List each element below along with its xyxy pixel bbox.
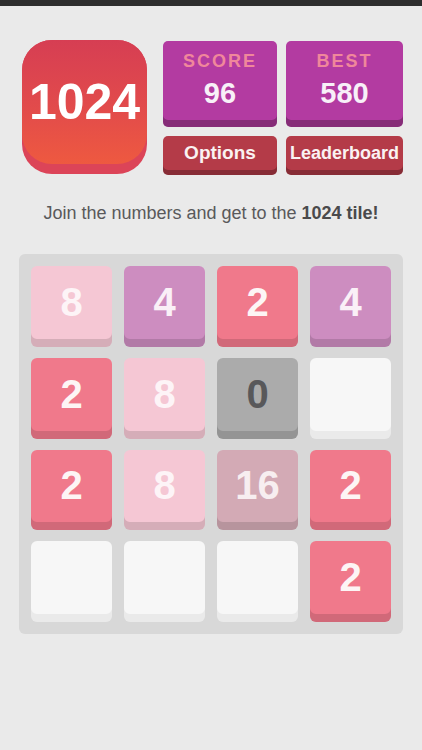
tile-2: 2 [217,266,298,347]
tile-4: 4 [310,266,391,347]
tile-2: 2 [310,541,391,622]
app-icon-face: 1024 [22,40,147,164]
empty-cell [31,541,112,622]
tile-8: 8 [31,266,112,347]
app-icon-label: 1024 [29,73,140,131]
best-value: 580 [320,77,368,110]
leaderboard-button[interactable]: Leaderboard [286,136,403,175]
tile-8: 8 [124,358,205,439]
score-label: SCORE [183,51,257,72]
empty-cell [217,541,298,622]
instruction-text: Join the numbers and get to the 1024 til… [0,203,422,224]
tile-16: 16 [217,450,298,531]
score-box: SCORE 96 [163,41,277,127]
empty-cell [310,358,391,439]
tile-4: 4 [124,266,205,347]
status-bar [0,0,422,6]
tile-2: 2 [310,450,391,531]
best-box: BEST 580 [286,41,403,127]
game-board[interactable]: 8424280281622 [19,254,403,634]
instruction-prefix: Join the numbers and get to the [43,203,301,223]
score-value: 96 [204,77,236,110]
options-button[interactable]: Options [163,136,277,175]
tile-0: 0 [217,358,298,439]
tile-8: 8 [124,450,205,531]
app-icon: 1024 [22,40,147,174]
tile-2: 2 [31,450,112,531]
empty-cell [124,541,205,622]
best-label: BEST [316,51,372,72]
instruction-goal: 1024 tile! [302,203,379,223]
tile-2: 2 [31,358,112,439]
